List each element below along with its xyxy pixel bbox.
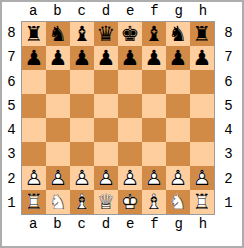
- square-b7[interactable]: ♟: [46, 46, 70, 70]
- piece-black-pawn: ♟: [22, 46, 46, 70]
- piece-black-bishop: ♝: [142, 22, 166, 46]
- square-a8[interactable]: ♜: [22, 22, 46, 46]
- square-e3[interactable]: [118, 142, 142, 166]
- white-knight-glyph: ♘: [46, 190, 70, 214]
- rank-label-left-1: 1: [2, 191, 21, 215]
- file-label-bottom-d: d: [94, 217, 118, 232]
- square-f7[interactable]: ♟: [142, 46, 166, 70]
- square-h3[interactable]: [190, 142, 214, 166]
- piece-white-rook: ♜♖: [22, 190, 46, 214]
- square-d4[interactable]: [94, 118, 118, 142]
- file-label-bottom-c: c: [70, 217, 94, 232]
- file-label-top-d: d: [94, 4, 118, 19]
- square-c4[interactable]: [70, 118, 94, 142]
- piece-white-queen: ♛♕: [94, 190, 118, 214]
- file-labels-top: abcdefgh: [21, 2, 215, 21]
- file-label-bottom-a: a: [21, 217, 45, 232]
- square-a1[interactable]: ♜♖: [22, 190, 46, 214]
- black-bishop-glyph: ♝: [70, 22, 94, 46]
- square-a4[interactable]: [22, 118, 46, 142]
- square-g5[interactable]: [166, 94, 190, 118]
- file-label-top-g: g: [167, 4, 191, 19]
- square-e5[interactable]: [118, 94, 142, 118]
- file-label-top-e: e: [118, 4, 142, 19]
- piece-black-king: ♚: [118, 22, 142, 46]
- piece-black-pawn: ♟: [166, 46, 190, 70]
- square-g4[interactable]: [166, 118, 190, 142]
- square-c5[interactable]: [70, 94, 94, 118]
- square-g6[interactable]: [166, 70, 190, 94]
- file-label-top-a: a: [21, 4, 45, 19]
- black-pawn-glyph: ♟: [46, 46, 70, 70]
- square-c7[interactable]: ♟: [70, 46, 94, 70]
- white-rook-glyph: ♖: [22, 190, 46, 214]
- white-pawn-glyph: ♙: [190, 166, 214, 190]
- square-f4[interactable]: [142, 118, 166, 142]
- piece-black-pawn: ♟: [70, 46, 94, 70]
- file-label-bottom-h: h: [191, 217, 215, 232]
- square-b8[interactable]: ♞: [46, 22, 70, 46]
- piece-white-knight: ♞♘: [166, 190, 190, 214]
- square-h4[interactable]: [190, 118, 214, 142]
- white-pawn-glyph: ♙: [70, 166, 94, 190]
- square-b5[interactable]: [46, 94, 70, 118]
- piece-white-pawn: ♟♙: [118, 166, 142, 190]
- square-b6[interactable]: [46, 70, 70, 94]
- rank-label-left-5: 5: [2, 94, 21, 118]
- file-label-bottom-f: f: [142, 217, 166, 232]
- rank-label-right-2: 2: [215, 167, 242, 191]
- rank-label-right-3: 3: [215, 142, 242, 166]
- piece-black-knight: ♞: [46, 22, 70, 46]
- square-h1[interactable]: ♜♖: [190, 190, 214, 214]
- file-label-top-c: c: [70, 4, 94, 19]
- black-king-glyph: ♚: [118, 22, 142, 46]
- piece-white-pawn: ♟♙: [166, 166, 190, 190]
- white-bishop-glyph: ♗: [70, 190, 94, 214]
- square-h8[interactable]: ♜: [190, 22, 214, 46]
- white-queen-glyph: ♕: [94, 190, 118, 214]
- rank-label-right-1: 1: [215, 191, 242, 215]
- square-c3[interactable]: [70, 142, 94, 166]
- square-e4[interactable]: [118, 118, 142, 142]
- piece-black-pawn: ♟: [94, 46, 118, 70]
- square-a7[interactable]: ♟: [22, 46, 46, 70]
- rank-label-right-5: 5: [215, 94, 242, 118]
- rank-label-left-6: 6: [2, 70, 21, 94]
- square-h7[interactable]: ♟: [190, 46, 214, 70]
- square-c6[interactable]: [70, 70, 94, 94]
- black-pawn-glyph: ♟: [142, 46, 166, 70]
- square-d8[interactable]: ♛: [94, 22, 118, 46]
- square-e1[interactable]: ♚♔: [118, 190, 142, 214]
- piece-white-pawn: ♟♙: [22, 166, 46, 190]
- square-b2[interactable]: ♟♙: [46, 166, 70, 190]
- piece-white-rook: ♜♖: [190, 190, 214, 214]
- square-g2[interactable]: ♟♙: [166, 166, 190, 190]
- square-d7[interactable]: ♟: [94, 46, 118, 70]
- square-a5[interactable]: [22, 94, 46, 118]
- piece-white-bishop: ♝♗: [70, 190, 94, 214]
- square-b1[interactable]: ♞♘: [46, 190, 70, 214]
- black-queen-glyph: ♛: [94, 22, 118, 46]
- black-rook-glyph: ♜: [22, 22, 46, 46]
- piece-white-pawn: ♟♙: [94, 166, 118, 190]
- file-label-bottom-e: e: [118, 217, 142, 232]
- file-labels-bottom: abcdefgh: [21, 215, 215, 246]
- square-f1[interactable]: ♝♗: [142, 190, 166, 214]
- rank-label-right-8: 8: [215, 21, 242, 45]
- white-pawn-glyph: ♙: [46, 166, 70, 190]
- square-f3[interactable]: [142, 142, 166, 166]
- piece-white-pawn: ♟♙: [190, 166, 214, 190]
- square-d3[interactable]: [94, 142, 118, 166]
- black-pawn-glyph: ♟: [70, 46, 94, 70]
- black-pawn-glyph: ♟: [190, 46, 214, 70]
- rank-labels-right: 87654321: [215, 21, 242, 215]
- square-e2[interactable]: ♟♙: [118, 166, 142, 190]
- white-pawn-glyph: ♙: [118, 166, 142, 190]
- piece-white-knight: ♞♘: [46, 190, 70, 214]
- square-d6[interactable]: [94, 70, 118, 94]
- piece-white-pawn: ♟♙: [46, 166, 70, 190]
- rank-label-right-6: 6: [215, 70, 242, 94]
- black-knight-glyph: ♞: [166, 22, 190, 46]
- piece-white-king: ♚♔: [118, 190, 142, 214]
- white-king-glyph: ♔: [118, 190, 142, 214]
- rank-labels-left: 87654321: [2, 21, 21, 215]
- square-e7[interactable]: ♟: [118, 46, 142, 70]
- square-h2[interactable]: ♟♙: [190, 166, 214, 190]
- piece-black-bishop: ♝: [70, 22, 94, 46]
- piece-black-pawn: ♟: [46, 46, 70, 70]
- square-c2[interactable]: ♟♙: [70, 166, 94, 190]
- rank-label-right-4: 4: [215, 118, 242, 142]
- square-f6[interactable]: [142, 70, 166, 94]
- black-pawn-glyph: ♟: [166, 46, 190, 70]
- piece-black-rook: ♜: [190, 22, 214, 46]
- chessboard-panel: abcdefgh 87654321 ♜♞♝♛♚♝♞♜♟♟♟♟♟♟♟♟♟♙♟♙♟♙…: [0, 0, 244, 248]
- piece-white-pawn: ♟♙: [70, 166, 94, 190]
- white-pawn-glyph: ♙: [166, 166, 190, 190]
- file-label-top-f: f: [142, 4, 166, 19]
- square-h5[interactable]: [190, 94, 214, 118]
- square-g8[interactable]: ♞: [166, 22, 190, 46]
- white-pawn-glyph: ♙: [94, 166, 118, 190]
- piece-black-rook: ♜: [22, 22, 46, 46]
- white-knight-glyph: ♘: [166, 190, 190, 214]
- square-f5[interactable]: [142, 94, 166, 118]
- piece-black-pawn: ♟: [118, 46, 142, 70]
- white-bishop-glyph: ♗: [142, 190, 166, 214]
- piece-black-queen: ♛: [94, 22, 118, 46]
- file-label-top-b: b: [45, 4, 69, 19]
- square-g7[interactable]: ♟: [166, 46, 190, 70]
- square-d5[interactable]: [94, 94, 118, 118]
- white-rook-glyph: ♖: [190, 190, 214, 214]
- rank-label-left-8: 8: [2, 21, 21, 45]
- square-a3[interactable]: [22, 142, 46, 166]
- black-pawn-glyph: ♟: [22, 46, 46, 70]
- rank-label-right-7: 7: [215, 45, 242, 69]
- square-a2[interactable]: ♟♙: [22, 166, 46, 190]
- rank-label-left-3: 3: [2, 142, 21, 166]
- square-e8[interactable]: ♚: [118, 22, 142, 46]
- rank-label-left-4: 4: [2, 118, 21, 142]
- file-label-top-h: h: [191, 4, 215, 19]
- square-b3[interactable]: [46, 142, 70, 166]
- piece-black-pawn: ♟: [142, 46, 166, 70]
- white-pawn-glyph: ♙: [142, 166, 166, 190]
- rank-label-left-7: 7: [2, 45, 21, 69]
- black-rook-glyph: ♜: [190, 22, 214, 46]
- square-d1[interactable]: ♛♕: [94, 190, 118, 214]
- square-a6[interactable]: [22, 70, 46, 94]
- piece-black-knight: ♞: [166, 22, 190, 46]
- piece-black-pawn: ♟: [190, 46, 214, 70]
- square-b4[interactable]: [46, 118, 70, 142]
- black-bishop-glyph: ♝: [142, 22, 166, 46]
- square-c8[interactable]: ♝: [70, 22, 94, 46]
- square-g3[interactable]: [166, 142, 190, 166]
- square-d2[interactable]: ♟♙: [94, 166, 118, 190]
- square-e6[interactable]: [118, 70, 142, 94]
- black-pawn-glyph: ♟: [118, 46, 142, 70]
- black-knight-glyph: ♞: [46, 22, 70, 46]
- square-f8[interactable]: ♝: [142, 22, 166, 46]
- piece-white-bishop: ♝♗: [142, 190, 166, 214]
- chessboard: ♜♞♝♛♚♝♞♜♟♟♟♟♟♟♟♟♟♙♟♙♟♙♟♙♟♙♟♙♟♙♟♙♜♖♞♘♝♗♛♕…: [21, 21, 215, 215]
- file-label-bottom-b: b: [45, 217, 69, 232]
- square-g1[interactable]: ♞♘: [166, 190, 190, 214]
- rank-label-left-2: 2: [2, 167, 21, 191]
- square-f2[interactable]: ♟♙: [142, 166, 166, 190]
- square-c1[interactable]: ♝♗: [70, 190, 94, 214]
- file-label-bottom-g: g: [167, 217, 191, 232]
- black-pawn-glyph: ♟: [94, 46, 118, 70]
- piece-white-pawn: ♟♙: [142, 166, 166, 190]
- square-h6[interactable]: [190, 70, 214, 94]
- white-pawn-glyph: ♙: [22, 166, 46, 190]
